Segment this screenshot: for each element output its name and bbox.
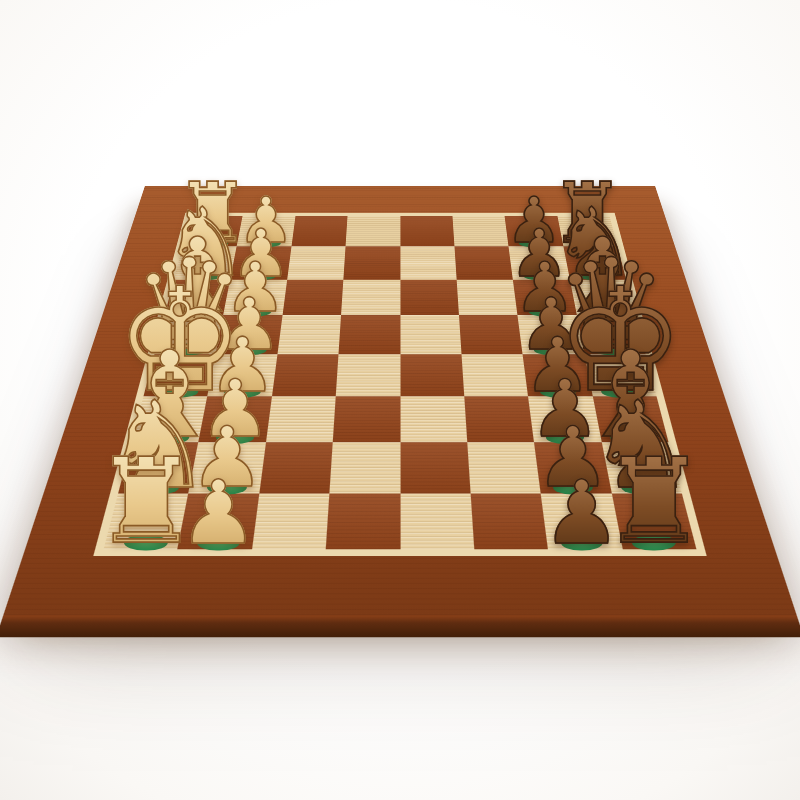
- pieces-layer: ♜♟♟♜♞♟♟♞♝♟♟♝♛♟♟♛♚♟♟♚♝♟♟♝♞♟♟♞♜♟♟♜: [0, 0, 800, 800]
- piece-black-rook-h8[interactable]: ♜: [601, 431, 706, 572]
- piece-white-pawn-h2[interactable]: ♟: [179, 459, 258, 565]
- chess-board-photo: ♜♟♟♜♞♟♟♞♝♟♟♝♛♟♟♛♚♟♟♚♝♟♟♝♞♟♟♞♜♟♟♜: [0, 0, 800, 800]
